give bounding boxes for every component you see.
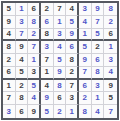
given-digit: 1 [7, 82, 11, 90]
entered-digit: 2 [108, 18, 112, 26]
cell-r9c2[interactable]: 6 [16, 105, 29, 118]
cell-r6c4[interactable]: 1 [41, 67, 54, 80]
entered-digit: 8 [108, 5, 112, 13]
cell-r1c8[interactable]: 9 [92, 3, 105, 16]
cell-r4c4[interactable]: 3 [41, 41, 54, 54]
given-digit: 7 [45, 56, 49, 64]
cell-r1c4[interactable]: 2 [41, 3, 54, 16]
cell-r3c3[interactable]: 2 [28, 29, 41, 42]
entered-digit: 7 [95, 18, 99, 26]
entered-digit: 8 [57, 82, 61, 90]
cell-r9c6[interactable]: 1 [66, 105, 79, 118]
entered-digit: 1 [83, 30, 87, 38]
cell-r2c7[interactable]: 4 [79, 16, 92, 29]
entered-digit: 4 [83, 18, 87, 26]
cell-r6c9[interactable]: 4 [104, 67, 117, 80]
cell-r9c9[interactable]: 7 [104, 105, 117, 118]
entered-digit: 8 [83, 108, 87, 116]
cell-r1c3[interactable]: 6 [28, 3, 41, 16]
entered-digit: 3 [57, 30, 61, 38]
cell-r5c6[interactable]: 8 [66, 54, 79, 67]
entered-digit: 1 [19, 5, 23, 13]
given-digit: 7 [57, 5, 61, 13]
cell-r8c8[interactable]: 1 [92, 92, 105, 105]
cell-r3c5[interactable]: 3 [54, 29, 67, 42]
cell-r7c8[interactable]: 3 [92, 80, 105, 93]
cell-r4c9[interactable]: 1 [104, 41, 117, 54]
cell-r4c7[interactable]: 5 [79, 41, 92, 54]
entered-digit: 2 [57, 108, 61, 116]
cell-r4c1[interactable]: 8 [3, 41, 16, 54]
given-digit: 9 [7, 18, 11, 26]
entered-digit: 6 [95, 56, 99, 64]
given-digit: 2 [7, 56, 11, 64]
cell-r1c5[interactable]: 7 [54, 3, 67, 16]
entered-digit: 7 [83, 68, 87, 76]
given-digit: 4 [69, 5, 73, 13]
cell-r6c2[interactable]: 5 [16, 67, 29, 80]
given-digit: 6 [19, 108, 23, 116]
cell-r8c3[interactable]: 4 [28, 92, 41, 105]
cell-r8c7[interactable]: 2 [79, 92, 92, 105]
entered-digit: 2 [31, 30, 35, 38]
cell-r1c1[interactable]: 5 [3, 3, 16, 16]
entered-digit: 6 [83, 82, 87, 90]
cell-r3c8[interactable]: 5 [92, 29, 105, 42]
given-digit: 5 [108, 94, 112, 102]
entered-digit: 3 [95, 82, 99, 90]
cell-r1c6[interactable]: 4 [66, 3, 79, 16]
given-digit: 5 [7, 5, 11, 13]
cell-r6c5[interactable]: 9 [54, 67, 67, 80]
cell-r3c9[interactable]: 6 [104, 29, 117, 42]
given-digit: 2 [45, 5, 49, 13]
entered-digit: 1 [69, 108, 73, 116]
cell-r8c2[interactable]: 8 [16, 92, 29, 105]
entered-digit: 5 [57, 56, 61, 64]
entered-digit: 3 [83, 5, 87, 13]
cell-r9c7[interactable]: 8 [79, 105, 92, 118]
page: 5162743989386154724728391568973465212417… [0, 0, 120, 121]
entered-digit: 7 [31, 43, 35, 51]
entered-digit: 9 [45, 94, 49, 102]
cell-r3c4[interactable]: 8 [41, 29, 54, 42]
entered-digit: 3 [7, 108, 11, 116]
cell-r2c3[interactable]: 8 [28, 16, 41, 29]
entered-digit: 5 [83, 43, 87, 51]
cell-r6c6[interactable]: 2 [66, 67, 79, 80]
given-digit: 5 [19, 68, 23, 76]
cell-r9c1[interactable]: 3 [3, 105, 16, 118]
cell-r5c7[interactable]: 9 [79, 54, 92, 67]
entered-digit: 3 [45, 43, 49, 51]
entered-digit: 3 [108, 56, 112, 64]
cell-r8c4[interactable]: 9 [41, 92, 54, 105]
entered-digit: 3 [19, 18, 23, 26]
given-digit: 1 [45, 68, 49, 76]
entered-digit: 8 [95, 68, 99, 76]
cell-r3c2[interactable]: 7 [16, 29, 29, 42]
given-digit: 4 [19, 56, 23, 64]
given-digit: 3 [69, 94, 73, 102]
entered-digit: 9 [83, 56, 87, 64]
cell-r2c5[interactable]: 1 [54, 16, 67, 29]
cell-r2c6[interactable]: 5 [66, 16, 79, 29]
entered-digit: 4 [31, 94, 35, 102]
cell-r8c1[interactable]: 7 [3, 92, 16, 105]
cell-r3c1[interactable]: 4 [3, 29, 16, 42]
entered-digit: 6 [69, 43, 73, 51]
given-digit: 8 [19, 94, 23, 102]
given-digit: 4 [45, 82, 49, 90]
entered-digit: 2 [83, 94, 87, 102]
entered-digit: 1 [57, 18, 61, 26]
given-digit: 3 [31, 68, 35, 76]
cell-r6c1[interactable]: 6 [3, 67, 16, 80]
entered-digit: 5 [45, 108, 49, 116]
cell-r7c1[interactable]: 1 [3, 80, 16, 93]
entered-digit: 9 [69, 30, 73, 38]
given-digit: 8 [7, 43, 11, 51]
cell-r5c5[interactable]: 5 [54, 54, 67, 67]
cell-r9c3[interactable]: 9 [28, 105, 41, 118]
given-digit: 2 [95, 43, 99, 51]
entered-digit: 4 [108, 68, 112, 76]
sudoku-board: 5162743989386154724728391568973465212417… [1, 1, 119, 120]
cell-r1c7[interactable]: 3 [79, 3, 92, 16]
given-digit: 8 [45, 30, 49, 38]
cell-r7c3[interactable]: 5 [28, 80, 41, 93]
cell-r7c2[interactable]: 2 [16, 80, 29, 93]
given-digit: 6 [31, 5, 35, 13]
cell-r5c1[interactable]: 2 [3, 54, 16, 67]
entered-digit: 4 [57, 43, 61, 51]
cell-r2c1[interactable]: 9 [3, 16, 16, 29]
entered-digit: 7 [108, 108, 112, 116]
cell-r7c5[interactable]: 8 [54, 80, 67, 93]
cell-r4c8[interactable]: 2 [92, 41, 105, 54]
cell-r2c2[interactable]: 3 [16, 16, 29, 29]
given-digit: 8 [69, 56, 73, 64]
cell-r2c4[interactable]: 6 [41, 16, 54, 29]
entered-digit: 6 [45, 18, 49, 26]
entered-digit: 7 [19, 30, 23, 38]
cell-r4c2[interactable]: 9 [16, 41, 29, 54]
cell-r4c3[interactable]: 7 [28, 41, 41, 54]
given-digit: 7 [69, 82, 73, 90]
entered-digit: 9 [57, 68, 61, 76]
cell-r8c5[interactable]: 6 [54, 92, 67, 105]
entered-digit: 5 [31, 82, 35, 90]
entered-digit: 1 [108, 43, 112, 51]
given-digit: 2 [69, 68, 73, 76]
cell-r4c6[interactable]: 6 [66, 41, 79, 54]
given-digit: 6 [108, 30, 112, 38]
cell-r4c5[interactable]: 4 [54, 41, 67, 54]
entered-digit: 1 [95, 94, 99, 102]
cell-r8c9[interactable]: 5 [104, 92, 117, 105]
cell-r5c2[interactable]: 4 [16, 54, 29, 67]
cell-r7c7[interactable]: 6 [79, 80, 92, 93]
cell-r8c6[interactable]: 3 [66, 92, 79, 105]
cell-r2c9[interactable]: 2 [104, 16, 117, 29]
cell-r5c4[interactable]: 7 [41, 54, 54, 67]
entered-digit: 5 [95, 30, 99, 38]
cell-r6c7[interactable]: 7 [79, 67, 92, 80]
given-digit: 9 [108, 82, 112, 90]
cell-r6c8[interactable]: 8 [92, 67, 105, 80]
cell-r5c8[interactable]: 6 [92, 54, 105, 67]
cell-r7c4[interactable]: 4 [41, 80, 54, 93]
given-digit: 6 [7, 68, 11, 76]
given-digit: 2 [19, 82, 23, 90]
given-digit: 9 [19, 43, 23, 51]
entered-digit: 4 [95, 108, 99, 116]
cell-r7c9[interactable]: 9 [104, 80, 117, 93]
given-digit: 7 [7, 94, 11, 102]
cell-r7c6[interactable]: 7 [66, 80, 79, 93]
entered-digit: 8 [31, 18, 35, 26]
cell-r3c7[interactable]: 1 [79, 29, 92, 42]
cell-r6c3[interactable]: 3 [28, 67, 41, 80]
cell-r3c6[interactable]: 9 [66, 29, 79, 42]
cell-r9c8[interactable]: 4 [92, 105, 105, 118]
entered-digit: 9 [95, 5, 99, 13]
entered-digit: 5 [69, 18, 73, 26]
given-digit: 4 [7, 30, 11, 38]
cell-r5c9[interactable]: 3 [104, 54, 117, 67]
cell-r5c3[interactable]: 1 [28, 54, 41, 67]
entered-digit: 1 [31, 56, 35, 64]
given-digit: 6 [57, 94, 61, 102]
cell-r9c5[interactable]: 2 [54, 105, 67, 118]
cell-r1c2[interactable]: 1 [16, 3, 29, 16]
given-digit: 9 [31, 108, 35, 116]
cell-r9c4[interactable]: 5 [41, 105, 54, 118]
cell-r1c9[interactable]: 8 [104, 3, 117, 16]
cell-r2c8[interactable]: 7 [92, 16, 105, 29]
